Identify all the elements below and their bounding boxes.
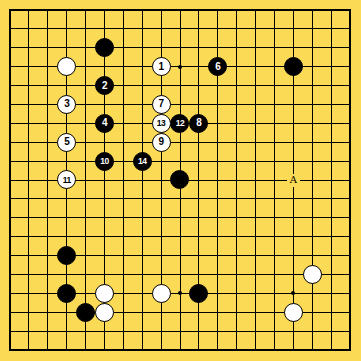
stone-white[interactable] — [152, 284, 171, 303]
stone-white[interactable] — [95, 303, 114, 322]
stone-white[interactable] — [303, 265, 322, 284]
move-number: 4 — [102, 118, 107, 128]
stone-white-3[interactable]: 3 — [57, 95, 76, 114]
stone-white[interactable] — [57, 57, 76, 76]
move-number: 5 — [64, 137, 69, 147]
stone-black[interactable] — [189, 284, 208, 303]
stone-white-11[interactable]: 11 — [57, 170, 76, 189]
move-number: 13 — [157, 119, 165, 128]
stone-black[interactable] — [57, 284, 76, 303]
move-number: 10 — [100, 157, 108, 166]
stone-black[interactable] — [170, 170, 189, 189]
stone-black-14[interactable]: 14 — [133, 152, 152, 171]
stone-white-5[interactable]: 5 — [57, 133, 76, 152]
move-number: 11 — [63, 176, 71, 185]
move-number: 3 — [64, 99, 69, 109]
stone-black-8[interactable]: 8 — [189, 114, 208, 133]
stone-white-7[interactable]: 7 — [152, 95, 171, 114]
stone-black-10[interactable]: 10 — [95, 152, 114, 171]
stone-white-1[interactable]: 1 — [152, 57, 171, 76]
stone-black-4[interactable]: 4 — [95, 114, 114, 133]
move-number: 7 — [159, 99, 164, 109]
move-number: 14 — [138, 157, 146, 166]
stone-white[interactable] — [95, 284, 114, 303]
stone-black-12[interactable]: 12 — [170, 114, 189, 133]
stone-black[interactable] — [284, 57, 303, 76]
move-number: 6 — [215, 62, 220, 72]
move-number: 8 — [196, 118, 201, 128]
stone-black[interactable] — [76, 303, 95, 322]
go-board[interactable]: 1234567891011121314 — [1, 1, 360, 360]
go-board-diagram: 1234567891011121314 A — [0, 0, 361, 361]
stone-white[interactable] — [284, 303, 303, 322]
stone-black[interactable] — [57, 246, 76, 265]
stone-black-6[interactable]: 6 — [208, 57, 227, 76]
move-number: 1 — [159, 62, 164, 72]
stone-white-13[interactable]: 13 — [152, 114, 171, 133]
stone-white-9[interactable]: 9 — [152, 133, 171, 152]
stone-black[interactable] — [95, 38, 114, 57]
move-number: 9 — [159, 137, 164, 147]
move-number: 12 — [176, 119, 184, 128]
move-number: 2 — [102, 81, 107, 91]
stone-black-2[interactable]: 2 — [95, 76, 114, 95]
